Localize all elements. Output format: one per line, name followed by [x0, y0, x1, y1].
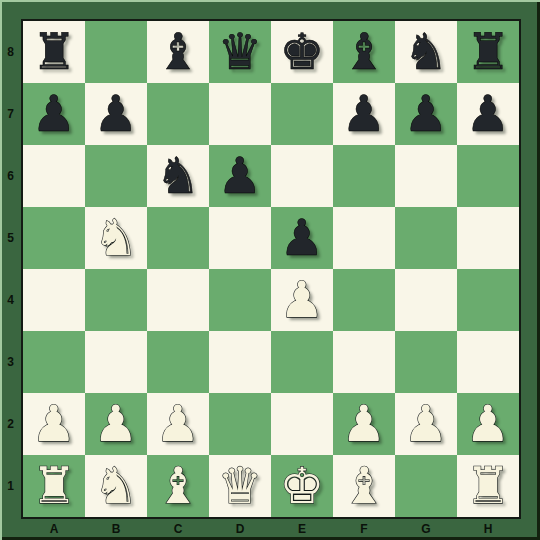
file-label-f: F: [333, 519, 395, 540]
square-g1[interactable]: [395, 455, 457, 517]
square-g8[interactable]: ♞: [395, 21, 457, 83]
square-e7[interactable]: [271, 83, 333, 145]
square-e5[interactable]: ♟: [271, 207, 333, 269]
square-c1[interactable]: ♝: [147, 455, 209, 517]
square-c4[interactable]: [147, 269, 209, 331]
square-c7[interactable]: [147, 83, 209, 145]
file-label-h: H: [457, 519, 519, 540]
black-knight-g8[interactable]: ♞: [404, 27, 449, 77]
square-f7[interactable]: ♟: [333, 83, 395, 145]
file-label-b: B: [85, 519, 147, 540]
square-f6[interactable]: [333, 145, 395, 207]
black-knight-c6[interactable]: ♞: [156, 151, 201, 201]
black-pawn-a7[interactable]: ♟: [32, 89, 77, 139]
square-a8[interactable]: ♜: [23, 21, 85, 83]
square-e3[interactable]: [271, 331, 333, 393]
square-d6[interactable]: ♟: [209, 145, 271, 207]
square-b7[interactable]: ♟: [85, 83, 147, 145]
white-pawn-b2[interactable]: ♟: [94, 399, 139, 449]
rank-label-7: 7: [0, 83, 21, 145]
square-h3[interactable]: [457, 331, 519, 393]
rank-label-1: 1: [0, 455, 21, 517]
white-pawn-c2[interactable]: ♟: [156, 399, 201, 449]
square-e8[interactable]: ♚: [271, 21, 333, 83]
white-queen-d1[interactable]: ♛: [218, 461, 263, 511]
square-f2[interactable]: ♟: [333, 393, 395, 455]
square-c8[interactable]: ♝: [147, 21, 209, 83]
white-pawn-g2[interactable]: ♟: [404, 399, 449, 449]
square-h4[interactable]: [457, 269, 519, 331]
rank-label-4: 4: [0, 269, 21, 331]
square-d7[interactable]: [209, 83, 271, 145]
square-e2[interactable]: [271, 393, 333, 455]
rank-label-5: 5: [0, 207, 21, 269]
black-pawn-f7[interactable]: ♟: [342, 89, 387, 139]
black-pawn-h7[interactable]: ♟: [466, 89, 511, 139]
square-e1[interactable]: ♚: [271, 455, 333, 517]
square-d3[interactable]: [209, 331, 271, 393]
square-d8[interactable]: ♛: [209, 21, 271, 83]
square-f4[interactable]: [333, 269, 395, 331]
square-a4[interactable]: [23, 269, 85, 331]
rank-label-8: 8: [0, 21, 21, 83]
square-g2[interactable]: ♟: [395, 393, 457, 455]
square-h1[interactable]: ♜: [457, 455, 519, 517]
square-g3[interactable]: [395, 331, 457, 393]
file-label-e: E: [271, 519, 333, 540]
square-e6[interactable]: [271, 145, 333, 207]
file-label-g: G: [395, 519, 457, 540]
square-b8[interactable]: [85, 21, 147, 83]
white-bishop-c1[interactable]: ♝: [156, 461, 201, 511]
rank-label-3: 3: [0, 331, 21, 393]
black-queen-d8[interactable]: ♛: [218, 27, 263, 77]
square-b4[interactable]: [85, 269, 147, 331]
black-pawn-e5[interactable]: ♟: [280, 213, 325, 263]
black-bishop-c8[interactable]: ♝: [156, 27, 201, 77]
white-pawn-a2[interactable]: ♟: [32, 399, 77, 449]
chess-board: ♜♝♛♚♝♞♜♟♟♟♟♟♞♟♞♟♟♟♟♟♟♟♟♜♞♝♛♚♝♜: [21, 19, 521, 519]
square-f3[interactable]: [333, 331, 395, 393]
square-h7[interactable]: ♟: [457, 83, 519, 145]
black-pawn-g7[interactable]: ♟: [404, 89, 449, 139]
square-h6[interactable]: [457, 145, 519, 207]
square-g5[interactable]: [395, 207, 457, 269]
black-rook-h8[interactable]: ♜: [466, 27, 511, 77]
file-label-a: A: [23, 519, 85, 540]
white-pawn-h2[interactable]: ♟: [466, 399, 511, 449]
square-b6[interactable]: [85, 145, 147, 207]
square-a3[interactable]: [23, 331, 85, 393]
white-knight-b1[interactable]: ♞: [94, 461, 139, 511]
square-a2[interactable]: ♟: [23, 393, 85, 455]
white-pawn-e4[interactable]: ♟: [280, 275, 325, 325]
black-king-e8[interactable]: ♚: [280, 27, 325, 77]
square-h2[interactable]: ♟: [457, 393, 519, 455]
square-g6[interactable]: [395, 145, 457, 207]
square-c2[interactable]: ♟: [147, 393, 209, 455]
square-f5[interactable]: [333, 207, 395, 269]
white-bishop-f1[interactable]: ♝: [342, 461, 387, 511]
rank-label-2: 2: [0, 393, 21, 455]
square-b1[interactable]: ♞: [85, 455, 147, 517]
square-g7[interactable]: ♟: [395, 83, 457, 145]
square-b5[interactable]: ♞: [85, 207, 147, 269]
square-h8[interactable]: ♜: [457, 21, 519, 83]
file-label-d: D: [209, 519, 271, 540]
square-a6[interactable]: [23, 145, 85, 207]
square-d4[interactable]: [209, 269, 271, 331]
square-d2[interactable]: [209, 393, 271, 455]
square-a1[interactable]: ♜: [23, 455, 85, 517]
rank-label-6: 6: [0, 145, 21, 207]
square-f1[interactable]: ♝: [333, 455, 395, 517]
white-rook-h1[interactable]: ♜: [466, 461, 511, 511]
square-d5[interactable]: [209, 207, 271, 269]
square-b2[interactable]: ♟: [85, 393, 147, 455]
white-pawn-f2[interactable]: ♟: [342, 399, 387, 449]
square-e4[interactable]: ♟: [271, 269, 333, 331]
square-c3[interactable]: [147, 331, 209, 393]
square-h5[interactable]: [457, 207, 519, 269]
black-bishop-f8[interactable]: ♝: [342, 27, 387, 77]
black-rook-a8[interactable]: ♜: [32, 27, 77, 77]
square-d1[interactable]: ♛: [209, 455, 271, 517]
square-c5[interactable]: [147, 207, 209, 269]
square-a5[interactable]: [23, 207, 85, 269]
square-g4[interactable]: [395, 269, 457, 331]
board-frame: ♜♝♛♚♝♞♜♟♟♟♟♟♞♟♞♟♟♟♟♟♟♟♟♜♞♝♛♚♝♜ 87654321 …: [0, 0, 540, 540]
square-a7[interactable]: ♟: [23, 83, 85, 145]
file-label-c: C: [147, 519, 209, 540]
white-rook-a1[interactable]: ♜: [32, 461, 77, 511]
black-pawn-d6[interactable]: ♟: [218, 151, 263, 201]
square-f8[interactable]: ♝: [333, 21, 395, 83]
black-pawn-b7[interactable]: ♟: [94, 89, 139, 139]
square-b3[interactable]: [85, 331, 147, 393]
square-c6[interactable]: ♞: [147, 145, 209, 207]
white-king-e1[interactable]: ♚: [280, 461, 325, 511]
white-knight-b5[interactable]: ♞: [94, 213, 139, 263]
